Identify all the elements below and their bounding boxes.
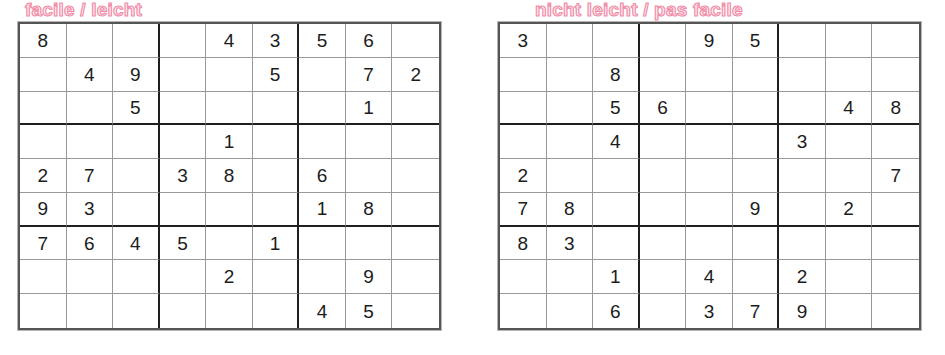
cell-r1c1: 3 bbox=[500, 24, 547, 58]
cell-r4c1 bbox=[500, 125, 547, 159]
cell-r5c7: 6 bbox=[299, 159, 346, 193]
cell-r7c6: 1 bbox=[253, 227, 300, 261]
cell-r8c4 bbox=[160, 260, 207, 294]
cell-r7c8 bbox=[346, 227, 393, 261]
cell-r9c1 bbox=[500, 294, 547, 328]
cell-r6c4 bbox=[640, 193, 687, 227]
cell-r7c2: 3 bbox=[547, 227, 594, 261]
cell-r5c8 bbox=[346, 159, 393, 193]
cell-r4c3 bbox=[113, 125, 160, 159]
cell-r9c7: 4 bbox=[299, 294, 346, 328]
cell-r2c1 bbox=[20, 58, 67, 92]
cell-r5c5 bbox=[686, 159, 733, 193]
cell-r5c9 bbox=[392, 159, 439, 193]
cell-r9c8 bbox=[826, 294, 873, 328]
cell-r1c6: 3 bbox=[253, 24, 300, 58]
cell-r6c4 bbox=[160, 193, 207, 227]
cell-r4c5 bbox=[686, 125, 733, 159]
cell-r1c2 bbox=[67, 24, 114, 58]
cell-r3c4: 6 bbox=[640, 92, 687, 126]
cell-r8c7: 2 bbox=[779, 260, 826, 294]
cell-r7c6 bbox=[733, 227, 780, 261]
cell-r5c2 bbox=[547, 159, 594, 193]
cell-r9c9 bbox=[392, 294, 439, 328]
cell-r6c9 bbox=[872, 193, 919, 227]
cell-r1c7: 5 bbox=[299, 24, 346, 58]
cell-r3c5 bbox=[686, 92, 733, 126]
cell-r3c6 bbox=[733, 92, 780, 126]
cell-r5c4: 3 bbox=[160, 159, 207, 193]
sudoku-board-easy: 8435649572511273869318764512945 bbox=[18, 22, 441, 330]
cell-r7c4: 5 bbox=[160, 227, 207, 261]
cell-r6c9 bbox=[392, 193, 439, 227]
cell-r8c9 bbox=[392, 260, 439, 294]
cell-r2c8 bbox=[826, 58, 873, 92]
cell-r8c5: 4 bbox=[686, 260, 733, 294]
cell-r9c1 bbox=[20, 294, 67, 328]
cell-r4c7 bbox=[299, 125, 346, 159]
cell-r7c5 bbox=[206, 227, 253, 261]
cell-r9c3 bbox=[113, 294, 160, 328]
cell-r6c7 bbox=[779, 193, 826, 227]
cell-r3c8: 4 bbox=[826, 92, 873, 126]
cell-r5c2: 7 bbox=[67, 159, 114, 193]
cell-r6c3 bbox=[593, 193, 640, 227]
cell-r1c1: 8 bbox=[20, 24, 67, 58]
cell-r2c9 bbox=[872, 58, 919, 92]
cell-r3c9 bbox=[392, 92, 439, 126]
cell-r3c9: 8 bbox=[872, 92, 919, 126]
cell-r1c8 bbox=[826, 24, 873, 58]
cell-r1c2 bbox=[547, 24, 594, 58]
cell-r2c8: 7 bbox=[346, 58, 393, 92]
puzzle-title-easy: facile / leicht bbox=[25, 0, 142, 20]
cell-r4c1 bbox=[20, 125, 67, 159]
cell-r7c9 bbox=[872, 227, 919, 261]
cell-r6c7: 1 bbox=[299, 193, 346, 227]
cell-r6c2: 3 bbox=[67, 193, 114, 227]
cell-r1c5: 9 bbox=[686, 24, 733, 58]
cell-r5c9: 7 bbox=[872, 159, 919, 193]
cell-r3c1 bbox=[20, 92, 67, 126]
cell-r3c1 bbox=[500, 92, 547, 126]
cell-r3c2 bbox=[67, 92, 114, 126]
cell-r6c1: 9 bbox=[20, 193, 67, 227]
cell-r1c4 bbox=[160, 24, 207, 58]
cell-r4c4 bbox=[640, 125, 687, 159]
cell-r3c8: 1 bbox=[346, 92, 393, 126]
cell-r3c3: 5 bbox=[593, 92, 640, 126]
cell-r5c4 bbox=[640, 159, 687, 193]
cell-r8c6 bbox=[733, 260, 780, 294]
cell-r5c1: 2 bbox=[20, 159, 67, 193]
cell-r8c3 bbox=[113, 260, 160, 294]
cell-r3c4 bbox=[160, 92, 207, 126]
cell-r2c7 bbox=[779, 58, 826, 92]
cell-r8c1 bbox=[20, 260, 67, 294]
cell-r2c2: 4 bbox=[67, 58, 114, 92]
cell-r8c9 bbox=[872, 260, 919, 294]
cell-r2c4 bbox=[160, 58, 207, 92]
cell-r8c6 bbox=[253, 260, 300, 294]
cell-r8c7 bbox=[299, 260, 346, 294]
cell-r9c2 bbox=[67, 294, 114, 328]
sudoku-worksheet: facile / leicht 843564957251127386931876… bbox=[0, 0, 945, 355]
cell-r1c8: 6 bbox=[346, 24, 393, 58]
cell-r2c5 bbox=[686, 58, 733, 92]
cell-r5c6 bbox=[253, 159, 300, 193]
cell-r8c8 bbox=[826, 260, 873, 294]
cell-r7c3: 4 bbox=[113, 227, 160, 261]
cell-r3c2 bbox=[547, 92, 594, 126]
cell-r8c8: 9 bbox=[346, 260, 393, 294]
cell-r2c5 bbox=[206, 58, 253, 92]
cell-r1c4 bbox=[640, 24, 687, 58]
cell-r5c1: 2 bbox=[500, 159, 547, 193]
cell-r2c7 bbox=[299, 58, 346, 92]
cell-r4c3: 4 bbox=[593, 125, 640, 159]
cell-r5c5: 8 bbox=[206, 159, 253, 193]
cell-r2c6 bbox=[733, 58, 780, 92]
cell-r9c8: 5 bbox=[346, 294, 393, 328]
cell-r9c2 bbox=[547, 294, 594, 328]
cell-r1c9 bbox=[872, 24, 919, 58]
cell-r1c3 bbox=[593, 24, 640, 58]
cell-r4c6 bbox=[733, 125, 780, 159]
puzzle-title-hard: nicht leicht / pas facile bbox=[535, 0, 743, 20]
cell-r4c8 bbox=[346, 125, 393, 159]
cell-r9c3: 6 bbox=[593, 294, 640, 328]
puzzle-nicht-leicht-pas-facile: nicht leicht / pas facile 39585648432778… bbox=[498, 0, 921, 332]
cell-r7c2: 6 bbox=[67, 227, 114, 261]
cell-r9c5 bbox=[206, 294, 253, 328]
sudoku-board-hard: 3958564843277892831426379 bbox=[498, 22, 921, 330]
cell-r3c7 bbox=[299, 92, 346, 126]
cell-r8c3: 1 bbox=[593, 260, 640, 294]
cell-r9c4 bbox=[640, 294, 687, 328]
cell-r9c6 bbox=[253, 294, 300, 328]
cell-r8c4 bbox=[640, 260, 687, 294]
cell-r2c4 bbox=[640, 58, 687, 92]
cell-r4c2 bbox=[547, 125, 594, 159]
cell-r6c8: 2 bbox=[826, 193, 873, 227]
cell-r6c5 bbox=[686, 193, 733, 227]
cell-r4c9 bbox=[392, 125, 439, 159]
cell-r2c9: 2 bbox=[392, 58, 439, 92]
cell-r9c4 bbox=[160, 294, 207, 328]
cell-r3c6 bbox=[253, 92, 300, 126]
cell-r6c3 bbox=[113, 193, 160, 227]
cell-r4c6 bbox=[253, 125, 300, 159]
puzzle-facile-leicht: facile / leicht 843564957251127386931876… bbox=[18, 0, 441, 332]
cell-r7c5 bbox=[686, 227, 733, 261]
cell-r2c6: 5 bbox=[253, 58, 300, 92]
cell-r6c6 bbox=[253, 193, 300, 227]
cell-r3c3: 5 bbox=[113, 92, 160, 126]
cell-r5c8 bbox=[826, 159, 873, 193]
cell-r7c4 bbox=[640, 227, 687, 261]
cell-r6c2: 8 bbox=[547, 193, 594, 227]
cell-r5c6 bbox=[733, 159, 780, 193]
cell-r1c7 bbox=[779, 24, 826, 58]
cell-r4c7: 3 bbox=[779, 125, 826, 159]
cell-r2c1 bbox=[500, 58, 547, 92]
cell-r7c1: 7 bbox=[20, 227, 67, 261]
cell-r7c8 bbox=[826, 227, 873, 261]
cell-r7c7 bbox=[779, 227, 826, 261]
cell-r8c5: 2 bbox=[206, 260, 253, 294]
cell-r5c3 bbox=[113, 159, 160, 193]
cell-r8c1 bbox=[500, 260, 547, 294]
cell-r8c2 bbox=[67, 260, 114, 294]
cell-r6c1: 7 bbox=[500, 193, 547, 227]
cell-r2c2 bbox=[547, 58, 594, 92]
cell-r9c7: 9 bbox=[779, 294, 826, 328]
cell-r9c9 bbox=[872, 294, 919, 328]
cell-r4c4 bbox=[160, 125, 207, 159]
cell-r7c1: 8 bbox=[500, 227, 547, 261]
cell-r1c6: 5 bbox=[733, 24, 780, 58]
cell-r1c5: 4 bbox=[206, 24, 253, 58]
cell-r7c9 bbox=[392, 227, 439, 261]
cell-r5c3 bbox=[593, 159, 640, 193]
cell-r4c5: 1 bbox=[206, 125, 253, 159]
cell-r7c3 bbox=[593, 227, 640, 261]
cell-r6c5 bbox=[206, 193, 253, 227]
cell-r6c8: 8 bbox=[346, 193, 393, 227]
cell-r1c9 bbox=[392, 24, 439, 58]
cell-r6c6: 9 bbox=[733, 193, 780, 227]
cell-r2c3: 9 bbox=[113, 58, 160, 92]
cell-r9c6: 7 bbox=[733, 294, 780, 328]
cell-r7c7 bbox=[299, 227, 346, 261]
cell-r4c9 bbox=[872, 125, 919, 159]
cell-r8c2 bbox=[547, 260, 594, 294]
cell-r2c3: 8 bbox=[593, 58, 640, 92]
cell-r3c7 bbox=[779, 92, 826, 126]
cell-r1c3 bbox=[113, 24, 160, 58]
cell-r3c5 bbox=[206, 92, 253, 126]
cell-r4c2 bbox=[67, 125, 114, 159]
cell-r5c7 bbox=[779, 159, 826, 193]
cell-r9c5: 3 bbox=[686, 294, 733, 328]
cell-r4c8 bbox=[826, 125, 873, 159]
